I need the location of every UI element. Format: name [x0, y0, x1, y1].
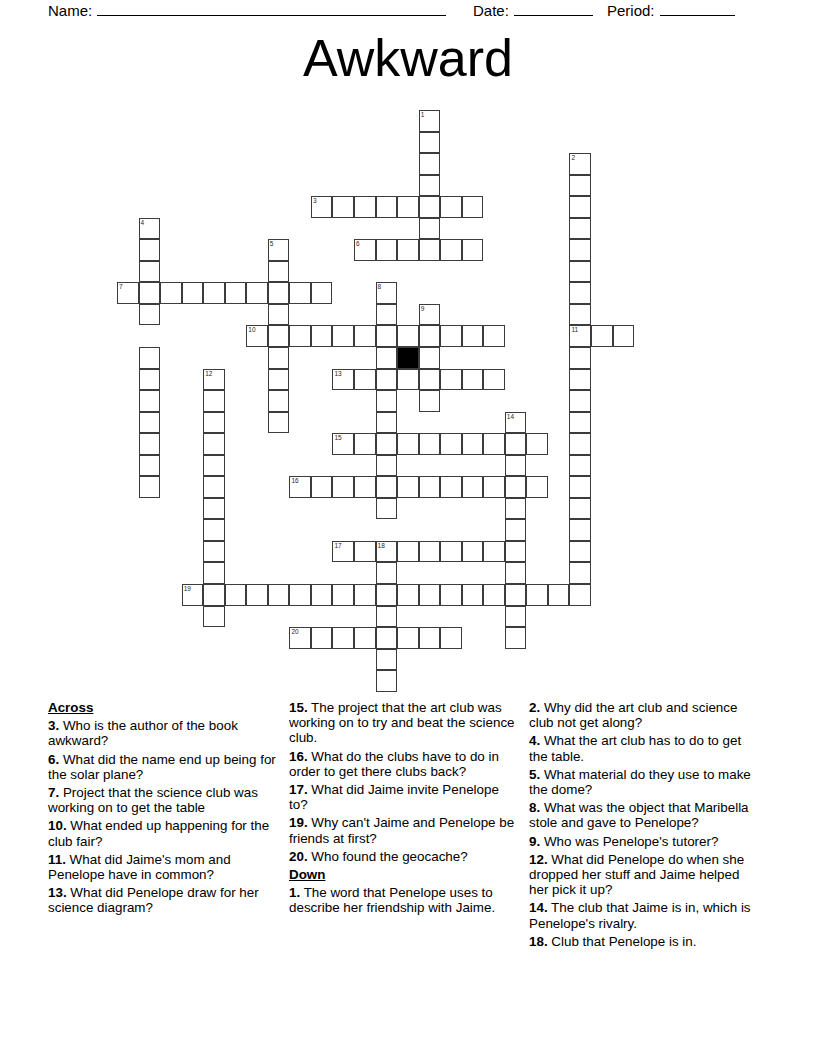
cell-r8-c3[interactable]	[182, 282, 204, 304]
cell-r17-c18[interactable]	[505, 476, 527, 498]
cell-r17-c16[interactable]	[462, 476, 484, 498]
cell-number-8: 8	[378, 283, 382, 291]
clue-13: 13. What did Penelope draw for her scien…	[48, 885, 276, 915]
cell-r11-c12[interactable]	[376, 347, 398, 369]
clue-5: 5. What material do they use to make the…	[529, 767, 757, 797]
cell-r22-c6[interactable]	[246, 584, 268, 606]
cell-r6-c1[interactable]	[139, 239, 161, 261]
cell-r16-c12[interactable]	[376, 455, 398, 477]
cell-r20-c16[interactable]	[462, 541, 484, 563]
cell-r19-c4[interactable]	[203, 519, 225, 541]
cell-r15-c19[interactable]	[526, 433, 548, 455]
cell-r20-c14[interactable]	[419, 541, 441, 563]
cell-r8-c2[interactable]	[160, 282, 182, 304]
cell-r7-c1[interactable]	[139, 261, 161, 283]
cell-r20-c15[interactable]	[440, 541, 462, 563]
cell-r13-c14[interactable]	[419, 390, 441, 412]
cell-r10-c13[interactable]	[397, 325, 419, 347]
clue-column-1: Across3. Who is the author of the book a…	[48, 700, 276, 919]
cell-r21-c21[interactable]	[569, 562, 591, 584]
cell-r11-c7[interactable]	[268, 347, 290, 369]
cell-r15-c11[interactable]	[354, 433, 376, 455]
date-field: Date:	[473, 2, 593, 19]
cell-number-4: 4	[141, 219, 145, 227]
cell-r22-c16[interactable]	[462, 584, 484, 606]
cell-r24-c13[interactable]	[397, 627, 419, 649]
cell-r20-c18[interactable]	[505, 541, 527, 563]
crossword-grid: 1234567891011121314151617181920	[117, 110, 634, 692]
cell-r10-c8[interactable]	[289, 325, 311, 347]
cell-r10-c6[interactable]: 10	[246, 325, 268, 347]
cell-r20-c17[interactable]	[483, 541, 505, 563]
cell-number-10: 10	[248, 326, 255, 334]
cell-r8-c4[interactable]	[203, 282, 225, 304]
cell-r20-c10[interactable]: 17	[332, 541, 354, 563]
cell-r18-c18[interactable]	[505, 498, 527, 520]
cell-number-6: 6	[356, 240, 360, 248]
cell-number-17: 17	[334, 542, 341, 550]
cell-r8-c5[interactable]	[225, 282, 247, 304]
cell-r14-c1[interactable]	[139, 412, 161, 434]
cell-r6-c15[interactable]	[440, 239, 462, 261]
cell-number-13: 13	[334, 370, 341, 378]
cell-r5-c1[interactable]: 4	[139, 218, 161, 240]
clue-2: 2. Why did the art club and science club…	[529, 700, 757, 730]
period-field: Period:	[607, 2, 735, 19]
cell-r1-c14[interactable]	[419, 132, 441, 154]
cell-number-11: 11	[571, 326, 578, 334]
clue-list-heading-across: Across	[48, 700, 276, 715]
cell-r22-c10[interactable]	[332, 584, 354, 606]
cell-r24-c18[interactable]	[505, 627, 527, 649]
cell-r7-c7[interactable]	[268, 261, 290, 283]
clue-10: 10. What ended up happening for the club…	[48, 818, 276, 848]
cell-number-5: 5	[270, 240, 274, 248]
clue-12: 12. What did Penelope do when she droppe…	[529, 852, 757, 898]
cell-r22-c13[interactable]	[397, 584, 419, 606]
cell-number-18: 18	[378, 542, 385, 550]
cell-r17-c4[interactable]	[203, 476, 225, 498]
cell-r10-c15[interactable]	[440, 325, 462, 347]
cell-r0-c14[interactable]: 1	[419, 110, 441, 132]
cell-r12-c13[interactable]	[397, 369, 419, 391]
cell-r21-c12[interactable]	[376, 562, 398, 584]
cell-r12-c16[interactable]	[462, 369, 484, 391]
clue-8: 8. What was the object that Maribella st…	[529, 800, 757, 830]
cell-r20-c21[interactable]	[569, 541, 591, 563]
cell-r18-c4[interactable]	[203, 498, 225, 520]
cell-r17-c17[interactable]	[483, 476, 505, 498]
cell-r14-c7[interactable]	[268, 412, 290, 434]
cell-r6-c12[interactable]	[376, 239, 398, 261]
cell-r11-c1[interactable]	[139, 347, 161, 369]
cell-r6-c14[interactable]	[419, 239, 441, 261]
cell-r15-c13[interactable]	[397, 433, 419, 455]
cell-r16-c18[interactable]	[505, 455, 527, 477]
cell-number-1: 1	[421, 111, 425, 119]
cell-r10-c17[interactable]	[483, 325, 505, 347]
cell-r20-c4[interactable]	[203, 541, 225, 563]
cell-number-7: 7	[119, 283, 123, 291]
cell-r22-c21[interactable]	[569, 584, 591, 606]
cell-r20-c12[interactable]: 18	[376, 541, 398, 563]
crossword-worksheet: Name: Date: Period: Awkward 123456789101…	[0, 0, 816, 1056]
cell-r8-c7[interactable]	[268, 282, 290, 304]
cell-r12-c12[interactable]	[376, 369, 398, 391]
cell-r2-c21[interactable]: 2	[569, 153, 591, 175]
clue-11: 11. What did Jaime's mom and Penelope ha…	[48, 852, 276, 882]
cell-r17-c19[interactable]	[526, 476, 548, 498]
cell-r22-c14[interactable]	[419, 584, 441, 606]
cell-r24-c12[interactable]	[376, 627, 398, 649]
cell-r8-c12[interactable]: 8	[376, 282, 398, 304]
puzzle-title: Awkward	[0, 30, 816, 86]
cell-r22-c17[interactable]	[483, 584, 505, 606]
cell-r22-c7[interactable]	[268, 584, 290, 606]
cell-r12-c7[interactable]	[268, 369, 290, 391]
cell-r12-c21[interactable]	[569, 369, 591, 391]
cell-r22-c18[interactable]	[505, 584, 527, 606]
clue-3: 3. Who is the author of the book awkward…	[48, 718, 276, 748]
date-blank-line[interactable]	[514, 2, 593, 16]
cell-r10-c21[interactable]: 11	[569, 325, 591, 347]
cell-r21-c18[interactable]	[505, 562, 527, 584]
cell-r4-c12[interactable]	[376, 196, 398, 218]
cell-r22-c8[interactable]	[289, 584, 311, 606]
cell-r24-c9[interactable]	[311, 627, 333, 649]
cell-r21-c4[interactable]	[203, 562, 225, 584]
cell-r17-c9[interactable]	[311, 476, 333, 498]
clue-4: 4. What the art club has to do to get th…	[529, 733, 757, 763]
name-field: Name:	[48, 2, 446, 19]
cell-r26-c12[interactable]	[376, 670, 398, 692]
cell-r17-c10[interactable]	[332, 476, 354, 498]
clue-17: 17. What did Jaime invite Penelope to?	[289, 782, 517, 812]
black-cell-r11-c13	[397, 347, 419, 369]
cell-r8-c0[interactable]: 7	[117, 282, 139, 304]
cell-r17-c11[interactable]	[354, 476, 376, 498]
clue-20: 20. Who found the geocache?	[289, 849, 517, 864]
cell-r16-c4[interactable]	[203, 455, 225, 477]
clue-9: 9. Who was Penelope's tutorer?	[529, 834, 757, 849]
cell-r17-c8[interactable]: 16	[289, 476, 311, 498]
cell-r22-c4[interactable]	[203, 584, 225, 606]
cell-r15-c12[interactable]	[376, 433, 398, 455]
cell-number-2: 2	[571, 154, 575, 162]
cell-r17-c21[interactable]	[569, 476, 591, 498]
cell-number-20: 20	[291, 628, 298, 636]
cell-r10-c16[interactable]	[462, 325, 484, 347]
cell-r9-c14[interactable]: 9	[419, 304, 441, 326]
cell-r10-c22[interactable]	[591, 325, 613, 347]
cell-r2-c14[interactable]	[419, 153, 441, 175]
cell-r13-c7[interactable]	[268, 390, 290, 412]
cell-number-9: 9	[421, 305, 425, 313]
clue-15: 15. The project that the art club was wo…	[289, 700, 517, 746]
cell-r22-c12[interactable]	[376, 584, 398, 606]
period-label: Period:	[607, 2, 655, 19]
cell-r8-c9[interactable]	[311, 282, 333, 304]
cell-r17-c15[interactable]	[440, 476, 462, 498]
cell-r17-c12[interactable]	[376, 476, 398, 498]
cell-r24-c15[interactable]	[440, 627, 462, 649]
cell-r6-c11[interactable]: 6	[354, 239, 376, 261]
cell-r12-c4[interactable]: 12	[203, 369, 225, 391]
cell-r3-c14[interactable]	[419, 175, 441, 197]
cell-r4-c11[interactable]	[354, 196, 376, 218]
clue-column-3: 2. Why did the art club and science club…	[529, 700, 757, 952]
cell-r17-c14[interactable]	[419, 476, 441, 498]
cell-r20-c11[interactable]	[354, 541, 376, 563]
clue-list-heading-down: Down	[289, 867, 517, 882]
cell-r5-c14[interactable]	[419, 218, 441, 240]
cell-r22-c9[interactable]	[311, 584, 333, 606]
cell-r13-c4[interactable]	[203, 390, 225, 412]
cell-number-15: 15	[334, 434, 341, 442]
cell-r10-c7[interactable]	[268, 325, 290, 347]
cell-r12-c1[interactable]	[139, 369, 161, 391]
clue-1: 1. The word that Penelope uses to descri…	[289, 885, 517, 915]
cell-r10-c10[interactable]	[332, 325, 354, 347]
cell-r9-c12[interactable]	[376, 304, 398, 326]
clue-column-2: 15. The project that the art club was wo…	[289, 700, 517, 919]
cell-r10-c23[interactable]	[613, 325, 635, 347]
cell-r15-c21[interactable]	[569, 433, 591, 455]
cell-r9-c21[interactable]	[569, 304, 591, 326]
cell-r25-c12[interactable]	[376, 649, 398, 671]
cell-r14-c4[interactable]	[203, 412, 225, 434]
cell-number-12: 12	[205, 370, 212, 378]
cell-r10-c11[interactable]	[354, 325, 376, 347]
cell-r24-c8[interactable]: 20	[289, 627, 311, 649]
cell-r19-c18[interactable]	[505, 519, 527, 541]
cell-r23-c12[interactable]	[376, 606, 398, 628]
cell-r4-c15[interactable]	[440, 196, 462, 218]
date-label: Date:	[473, 2, 509, 19]
cell-r8-c8[interactable]	[289, 282, 311, 304]
cell-r4-c16[interactable]	[462, 196, 484, 218]
cell-r3-c21[interactable]	[569, 175, 591, 197]
cell-r14-c21[interactable]	[569, 412, 591, 434]
cell-r8-c6[interactable]	[246, 282, 268, 304]
cell-r23-c4[interactable]	[203, 606, 225, 628]
clue-19: 19. Why can't Jaime and Penelope be frie…	[289, 815, 517, 845]
cell-r15-c16[interactable]	[462, 433, 484, 455]
period-blank-line[interactable]	[660, 2, 735, 16]
cell-r6-c7[interactable]: 5	[268, 239, 290, 261]
cell-r12-c10[interactable]: 13	[332, 369, 354, 391]
cell-r10-c9[interactable]	[311, 325, 333, 347]
cell-r4-c13[interactable]	[397, 196, 419, 218]
cell-r23-c18[interactable]	[505, 606, 527, 628]
cell-r8-c21[interactable]	[569, 282, 591, 304]
cell-number-14: 14	[507, 413, 514, 421]
cell-r12-c15[interactable]	[440, 369, 462, 391]
clue-7: 7. Project that the science club was wor…	[48, 785, 276, 815]
clue-18: 18. Club that Penelope is in.	[529, 934, 757, 949]
cell-r22-c19[interactable]	[526, 584, 548, 606]
cell-r15-c10[interactable]: 15	[332, 433, 354, 455]
cell-r16-c21[interactable]	[569, 455, 591, 477]
name-label: Name:	[48, 2, 92, 19]
cell-r15-c1[interactable]	[139, 433, 161, 455]
cell-r4-c10[interactable]	[332, 196, 354, 218]
cell-number-16: 16	[291, 477, 298, 485]
cell-r11-c21[interactable]	[569, 347, 591, 369]
cell-r15-c18[interactable]	[505, 433, 527, 455]
cell-r10-c14[interactable]	[419, 325, 441, 347]
cell-r12-c17[interactable]	[483, 369, 505, 391]
cell-r22-c15[interactable]	[440, 584, 462, 606]
name-blank-line[interactable]	[97, 2, 446, 16]
cell-r12-c11[interactable]	[354, 369, 376, 391]
cell-r6-c13[interactable]	[397, 239, 419, 261]
cell-r13-c21[interactable]	[569, 390, 591, 412]
cell-r15-c15[interactable]	[440, 433, 462, 455]
cell-r15-c4[interactable]	[203, 433, 225, 455]
cell-r24-c14[interactable]	[419, 627, 441, 649]
cell-r12-c14[interactable]	[419, 369, 441, 391]
cell-r10-c12[interactable]	[376, 325, 398, 347]
cell-r18-c12[interactable]	[376, 498, 398, 520]
cell-r18-c21[interactable]	[569, 498, 591, 520]
clue-14: 14. The club that Jaime is in, which is …	[529, 900, 757, 930]
cell-r19-c21[interactable]	[569, 519, 591, 541]
cell-r22-c3[interactable]: 19	[182, 584, 204, 606]
cell-number-3: 3	[313, 197, 317, 205]
cell-r13-c1[interactable]	[139, 390, 161, 412]
cell-r20-c13[interactable]	[397, 541, 419, 563]
cell-r15-c14[interactable]	[419, 433, 441, 455]
cell-r22-c5[interactable]	[225, 584, 247, 606]
cell-r14-c12[interactable]	[376, 412, 398, 434]
cell-r6-c21[interactable]	[569, 239, 591, 261]
cell-r24-c11[interactable]	[354, 627, 376, 649]
cell-r16-c1[interactable]	[139, 455, 161, 477]
cell-r8-c1[interactable]	[139, 282, 161, 304]
cell-r4-c9[interactable]: 3	[311, 196, 333, 218]
cell-r22-c20[interactable]	[548, 584, 570, 606]
cell-r4-c21[interactable]	[569, 196, 591, 218]
cell-r4-c14[interactable]	[419, 196, 441, 218]
cell-r6-c16[interactable]	[462, 239, 484, 261]
cell-r15-c17[interactable]	[483, 433, 505, 455]
cell-number-19: 19	[184, 585, 191, 593]
cell-r14-c18[interactable]: 14	[505, 412, 527, 434]
cell-r5-c21[interactable]	[569, 218, 591, 240]
clue-6: 6. What did the name end up being for th…	[48, 752, 276, 782]
cell-r9-c1[interactable]	[139, 304, 161, 326]
cell-r9-c7[interactable]	[268, 304, 290, 326]
cell-r7-c21[interactable]	[569, 261, 591, 283]
cell-r13-c12[interactable]	[376, 390, 398, 412]
cell-r17-c13[interactable]	[397, 476, 419, 498]
cell-r17-c1[interactable]	[139, 476, 161, 498]
cell-r22-c11[interactable]	[354, 584, 376, 606]
clue-16: 16. What do the clubs have to do in orde…	[289, 749, 517, 779]
cell-r24-c10[interactable]	[332, 627, 354, 649]
cell-r11-c14[interactable]	[419, 347, 441, 369]
